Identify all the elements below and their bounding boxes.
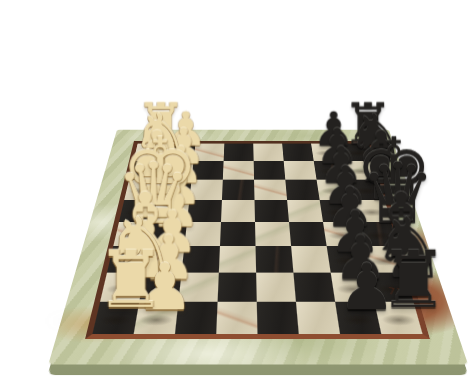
square-b6[interactable] (293, 273, 335, 302)
square-d5[interactable] (255, 222, 291, 246)
scene: 77 ♜♞♝♛♚♝♞♜♟♟♟♟♟♟♟♟♟♟♟♟♟♟♟♟♜♞♝♛♚♝♞♜ (0, 0, 468, 382)
square-e4[interactable] (221, 200, 255, 222)
square-c4[interactable] (219, 246, 256, 272)
square-h7[interactable] (311, 144, 344, 161)
chess-board: 77 ♜♞♝♛♚♝♞♜♟♟♟♟♟♟♟♟♟♟♟♟♟♟♟♟♜♞♝♛♚♝♞♜ (48, 130, 468, 365)
photo-canvas: 77 ♜♞♝♛♚♝♞♜♟♟♟♟♟♟♟♟♟♟♟♟♟♟♟♟♜♞♝♛♚♝♞♜ (0, 0, 468, 382)
square-h6[interactable] (282, 144, 314, 161)
square-a4[interactable] (216, 302, 257, 334)
square-g4[interactable] (223, 161, 254, 180)
square-f5[interactable] (254, 180, 287, 200)
square-g5[interactable] (254, 161, 286, 180)
square-c5[interactable] (256, 246, 294, 272)
square-e6[interactable] (287, 200, 323, 222)
square-h5[interactable] (253, 144, 283, 161)
square-g6[interactable] (284, 161, 317, 180)
square-a6[interactable] (296, 302, 340, 334)
square-a5[interactable] (257, 302, 299, 334)
square-h4[interactable] (224, 144, 254, 161)
white-rook-a1[interactable]: ♜ (96, 242, 136, 320)
square-b5[interactable] (256, 273, 296, 302)
black-pawn-a7[interactable]: ♟ (338, 256, 378, 320)
square-h3[interactable] (194, 144, 225, 161)
square-f4[interactable] (222, 180, 255, 200)
square-b4[interactable] (218, 273, 257, 302)
square-d4[interactable] (220, 222, 256, 246)
square-c6[interactable] (291, 246, 331, 272)
square-e5[interactable] (255, 200, 289, 222)
square-d6[interactable] (289, 222, 327, 246)
square-f6[interactable] (285, 180, 319, 200)
